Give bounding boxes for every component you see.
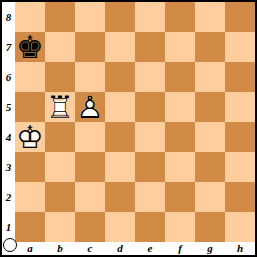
file-label-a: a xyxy=(15,242,45,255)
square-g5[interactable] xyxy=(195,92,225,122)
square-g2[interactable] xyxy=(195,182,225,212)
square-a5[interactable] xyxy=(15,92,45,122)
square-e2[interactable] xyxy=(135,182,165,212)
square-a3[interactable] xyxy=(15,152,45,182)
file-label-c: c xyxy=(75,242,105,255)
file-label-f: f xyxy=(165,242,195,255)
black-king[interactable]: ♚ xyxy=(15,32,45,62)
rank-labels: 87654321 xyxy=(2,2,15,242)
file-label-d: d xyxy=(105,242,135,255)
square-a2[interactable] xyxy=(15,182,45,212)
square-c6[interactable] xyxy=(75,62,105,92)
square-e6[interactable] xyxy=(135,62,165,92)
square-b8[interactable] xyxy=(45,2,75,32)
square-d6[interactable] xyxy=(105,62,135,92)
square-h7[interactable] xyxy=(225,32,255,62)
square-a1[interactable] xyxy=(15,212,45,242)
file-label-e: e xyxy=(135,242,165,255)
rank-label-6: 6 xyxy=(2,62,15,92)
white-rook-fill: ♜ xyxy=(45,92,75,122)
square-d5[interactable] xyxy=(105,92,135,122)
white-to-move-circle-icon xyxy=(3,238,17,252)
rank-label-4: 4 xyxy=(2,122,15,152)
square-f8[interactable] xyxy=(165,2,195,32)
square-e1[interactable] xyxy=(135,212,165,242)
square-e8[interactable] xyxy=(135,2,165,32)
square-c8[interactable] xyxy=(75,2,105,32)
square-g8[interactable] xyxy=(195,2,225,32)
file-labels: abcdefgh xyxy=(15,242,255,255)
square-h4[interactable] xyxy=(225,122,255,152)
square-a8[interactable] xyxy=(15,2,45,32)
white-pawn[interactable]: ♙ xyxy=(75,92,105,122)
square-c7[interactable] xyxy=(75,32,105,62)
square-b2[interactable] xyxy=(45,182,75,212)
chess-diagram: 87654321 ♚♜♖♟♙♚♔ abcdefgh xyxy=(0,0,257,257)
file-label-g: g xyxy=(195,242,225,255)
square-e3[interactable] xyxy=(135,152,165,182)
square-f7[interactable] xyxy=(165,32,195,62)
square-f4[interactable] xyxy=(165,122,195,152)
file-label-h: h xyxy=(225,242,255,255)
square-h6[interactable] xyxy=(225,62,255,92)
square-f5[interactable] xyxy=(165,92,195,122)
square-d7[interactable] xyxy=(105,32,135,62)
square-b4[interactable] xyxy=(45,122,75,152)
square-h5[interactable] xyxy=(225,92,255,122)
square-f6[interactable] xyxy=(165,62,195,92)
square-a6[interactable] xyxy=(15,62,45,92)
square-b6[interactable] xyxy=(45,62,75,92)
square-f2[interactable] xyxy=(165,182,195,212)
square-c4[interactable] xyxy=(75,122,105,152)
square-g7[interactable] xyxy=(195,32,225,62)
square-h8[interactable] xyxy=(225,2,255,32)
file-label-b: b xyxy=(45,242,75,255)
square-h1[interactable] xyxy=(225,212,255,242)
square-d8[interactable] xyxy=(105,2,135,32)
rank-label-2: 2 xyxy=(2,182,15,212)
square-c1[interactable] xyxy=(75,212,105,242)
white-king-fill: ♚ xyxy=(15,122,45,152)
square-b5[interactable]: ♜♖ xyxy=(45,92,75,122)
square-g6[interactable] xyxy=(195,62,225,92)
square-f3[interactable] xyxy=(165,152,195,182)
rank-label-8: 8 xyxy=(2,2,15,32)
square-c2[interactable] xyxy=(75,182,105,212)
rank-label-5: 5 xyxy=(2,92,15,122)
square-b7[interactable] xyxy=(45,32,75,62)
square-g3[interactable] xyxy=(195,152,225,182)
square-b1[interactable] xyxy=(45,212,75,242)
square-d3[interactable] xyxy=(105,152,135,182)
square-b3[interactable] xyxy=(45,152,75,182)
square-g4[interactable] xyxy=(195,122,225,152)
white-rook[interactable]: ♖ xyxy=(45,92,75,122)
square-a7[interactable]: ♚ xyxy=(15,32,45,62)
square-d4[interactable] xyxy=(105,122,135,152)
rank-label-3: 3 xyxy=(2,152,15,182)
square-c3[interactable] xyxy=(75,152,105,182)
square-e4[interactable] xyxy=(135,122,165,152)
white-pawn-fill: ♟ xyxy=(75,92,105,122)
square-e7[interactable] xyxy=(135,32,165,62)
square-e5[interactable] xyxy=(135,92,165,122)
chess-board[interactable]: ♚♜♖♟♙♚♔ xyxy=(15,2,255,242)
square-a4[interactable]: ♚♔ xyxy=(15,122,45,152)
square-h3[interactable] xyxy=(225,152,255,182)
square-g1[interactable] xyxy=(195,212,225,242)
square-d1[interactable] xyxy=(105,212,135,242)
rank-label-7: 7 xyxy=(2,32,15,62)
square-d2[interactable] xyxy=(105,182,135,212)
square-c5[interactable]: ♟♙ xyxy=(75,92,105,122)
white-king[interactable]: ♔ xyxy=(15,122,45,152)
square-h2[interactable] xyxy=(225,182,255,212)
square-f1[interactable] xyxy=(165,212,195,242)
